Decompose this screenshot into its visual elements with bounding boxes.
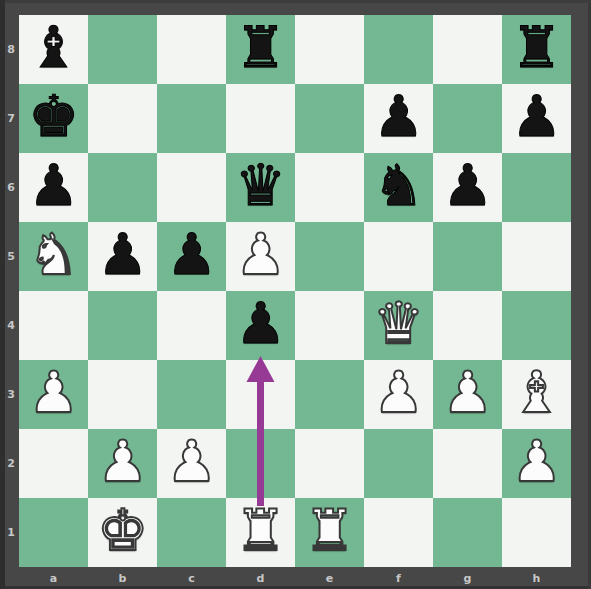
file-label-b: b — [88, 567, 157, 589]
square-f3[interactable]: ♟ — [364, 360, 433, 429]
square-h6[interactable] — [502, 153, 571, 222]
black-king[interactable]: ♚ — [28, 82, 79, 151]
square-c4[interactable] — [157, 291, 226, 360]
rank-labels: 87654321 — [0, 15, 19, 567]
chess-board: ♝♜♜♚♟♟♟♛♞♟♞♟♟♟♟♛♟♟♟♝♟♟♟♚♜♜ — [19, 15, 571, 567]
square-e8[interactable] — [295, 15, 364, 84]
square-f1[interactable] — [364, 498, 433, 567]
square-b6[interactable] — [88, 153, 157, 222]
square-d8[interactable]: ♜ — [226, 15, 295, 84]
file-label-f: f — [364, 567, 433, 589]
square-b5[interactable]: ♟ — [88, 222, 157, 291]
black-rook[interactable]: ♜ — [511, 13, 562, 82]
white-pawn[interactable]: ♟ — [166, 427, 217, 496]
square-f6[interactable]: ♞ — [364, 153, 433, 222]
square-g5[interactable] — [433, 222, 502, 291]
black-pawn[interactable]: ♟ — [166, 220, 217, 289]
white-rook[interactable]: ♜ — [304, 496, 355, 565]
square-d7[interactable] — [226, 84, 295, 153]
white-queen[interactable]: ♛ — [373, 289, 424, 358]
white-pawn[interactable]: ♟ — [28, 358, 79, 427]
square-a4[interactable] — [19, 291, 88, 360]
white-knight[interactable]: ♞ — [28, 220, 79, 289]
file-label-g: g — [433, 567, 502, 589]
square-h1[interactable] — [502, 498, 571, 567]
white-king[interactable]: ♚ — [97, 496, 148, 565]
square-h8[interactable]: ♜ — [502, 15, 571, 84]
square-f4[interactable]: ♛ — [364, 291, 433, 360]
square-h4[interactable] — [502, 291, 571, 360]
square-b8[interactable] — [88, 15, 157, 84]
black-pawn[interactable]: ♟ — [511, 82, 562, 151]
square-a8[interactable]: ♝ — [19, 15, 88, 84]
square-f7[interactable]: ♟ — [364, 84, 433, 153]
square-c8[interactable] — [157, 15, 226, 84]
square-e4[interactable] — [295, 291, 364, 360]
white-rook[interactable]: ♜ — [235, 496, 286, 565]
chess-app-frame: 87654321 ♝♜♜♚♟♟♟♛♞♟♞♟♟♟♟♛♟♟♟♝♟♟♟♚♜♜ abcd… — [0, 0, 591, 589]
black-pawn[interactable]: ♟ — [442, 151, 493, 220]
square-f8[interactable] — [364, 15, 433, 84]
file-label-d: d — [226, 567, 295, 589]
square-g4[interactable] — [433, 291, 502, 360]
square-b1[interactable]: ♚ — [88, 498, 157, 567]
square-a2[interactable] — [19, 429, 88, 498]
file-label-a: a — [19, 567, 88, 589]
square-d5[interactable]: ♟ — [226, 222, 295, 291]
square-f2[interactable] — [364, 429, 433, 498]
square-c6[interactable] — [157, 153, 226, 222]
rank-label-8: 8 — [0, 15, 19, 84]
black-pawn[interactable]: ♟ — [28, 151, 79, 220]
square-d4[interactable]: ♟ — [226, 291, 295, 360]
file-label-c: c — [157, 567, 226, 589]
square-c7[interactable] — [157, 84, 226, 153]
square-h5[interactable] — [502, 222, 571, 291]
square-e7[interactable] — [295, 84, 364, 153]
rank-label-2: 2 — [0, 429, 19, 498]
rank-label-3: 3 — [0, 360, 19, 429]
square-a5[interactable]: ♞ — [19, 222, 88, 291]
square-b3[interactable] — [88, 360, 157, 429]
square-e5[interactable] — [295, 222, 364, 291]
black-queen[interactable]: ♛ — [235, 151, 286, 220]
black-pawn[interactable]: ♟ — [97, 220, 148, 289]
square-g6[interactable]: ♟ — [433, 153, 502, 222]
square-b7[interactable] — [88, 84, 157, 153]
square-b2[interactable]: ♟ — [88, 429, 157, 498]
square-a1[interactable] — [19, 498, 88, 567]
square-a6[interactable]: ♟ — [19, 153, 88, 222]
square-a7[interactable]: ♚ — [19, 84, 88, 153]
square-h7[interactable]: ♟ — [502, 84, 571, 153]
square-g1[interactable] — [433, 498, 502, 567]
square-f5[interactable] — [364, 222, 433, 291]
black-pawn[interactable]: ♟ — [373, 82, 424, 151]
square-c3[interactable] — [157, 360, 226, 429]
square-d6[interactable]: ♛ — [226, 153, 295, 222]
file-labels: abcdefgh — [19, 567, 571, 589]
white-pawn[interactable]: ♟ — [511, 427, 562, 496]
file-label-h: h — [502, 567, 571, 589]
white-pawn[interactable]: ♟ — [97, 427, 148, 496]
square-c1[interactable] — [157, 498, 226, 567]
rank-label-6: 6 — [0, 153, 19, 222]
black-knight[interactable]: ♞ — [373, 151, 424, 220]
square-e6[interactable] — [295, 153, 364, 222]
square-g8[interactable] — [433, 15, 502, 84]
square-b4[interactable] — [88, 291, 157, 360]
square-g7[interactable] — [433, 84, 502, 153]
white-bishop[interactable]: ♝ — [511, 358, 562, 427]
square-c5[interactable]: ♟ — [157, 222, 226, 291]
white-pawn[interactable]: ♟ — [235, 220, 286, 289]
black-bishop[interactable]: ♝ — [28, 13, 79, 82]
white-pawn[interactable]: ♟ — [442, 358, 493, 427]
file-label-e: e — [295, 567, 364, 589]
square-d3[interactable] — [226, 360, 295, 429]
black-rook[interactable]: ♜ — [235, 13, 286, 82]
square-d2[interactable] — [226, 429, 295, 498]
square-e3[interactable] — [295, 360, 364, 429]
rank-label-7: 7 — [0, 84, 19, 153]
white-pawn[interactable]: ♟ — [373, 358, 424, 427]
black-pawn[interactable]: ♟ — [235, 289, 286, 358]
square-a3[interactable]: ♟ — [19, 360, 88, 429]
square-g2[interactable] — [433, 429, 502, 498]
square-h2[interactable]: ♟ — [502, 429, 571, 498]
square-c2[interactable]: ♟ — [157, 429, 226, 498]
square-e2[interactable] — [295, 429, 364, 498]
square-e1[interactable]: ♜ — [295, 498, 364, 567]
square-g3[interactable]: ♟ — [433, 360, 502, 429]
rank-label-5: 5 — [0, 222, 19, 291]
square-d1[interactable]: ♜ — [226, 498, 295, 567]
rank-label-4: 4 — [0, 291, 19, 360]
rank-label-1: 1 — [0, 498, 19, 567]
square-h3[interactable]: ♝ — [502, 360, 571, 429]
